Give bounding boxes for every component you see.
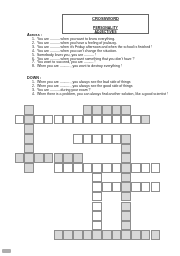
grid-cell-r9c12[interactable]: [121, 192, 131, 202]
grid-cell-r4c12[interactable]: [121, 144, 131, 154]
grid-cell-r13c12[interactable]: [121, 230, 131, 240]
grid-cell-r13c9[interactable]: [92, 230, 102, 240]
grid-cell-r13c13[interactable]: [131, 230, 141, 240]
grid-cell-r1c8[interactable]: [83, 115, 93, 125]
grid-cell-r13c10[interactable]: [102, 230, 112, 240]
grid-cell-r13c15[interactable]: [151, 230, 161, 240]
down-section: DOWN : 1. When you are .......... , you …: [27, 75, 177, 95]
scan-smudge: [2, 249, 11, 253]
grid-cell-r5c12[interactable]: [121, 153, 131, 163]
grid-cell-r11c9[interactable]: [92, 211, 102, 221]
grid-cell-r1c4[interactable]: [44, 115, 54, 125]
grid-cell-r1c11[interactable]: [112, 115, 122, 125]
grid-cell-r13c14[interactable]: [141, 230, 151, 240]
grid-cell-r1c6[interactable]: [63, 115, 73, 125]
grid-cell-r1c14[interactable]: [141, 115, 151, 125]
grid-cell-r1c9[interactable]: [92, 115, 102, 125]
grid-cell-r5c6[interactable]: [63, 153, 73, 163]
grid-cell-r7c12[interactable]: [121, 173, 131, 183]
grid-cell-r12c9[interactable]: [92, 221, 102, 231]
grid-cell-r8c12[interactable]: [121, 182, 131, 192]
grid-cell-r8c15[interactable]: [151, 182, 161, 192]
grid-cell-r8c11[interactable]: [112, 182, 122, 192]
across-section: Across : 1. You are .......... when you …: [27, 32, 177, 68]
grid-cell-r4c2[interactable]: [24, 144, 34, 154]
grid-cell-r3c7[interactable]: [73, 134, 83, 144]
grid-cell-r13c6[interactable]: [63, 230, 73, 240]
grid-cell-r8c14[interactable]: [141, 182, 151, 192]
across-clue-text: When you are .......... , you want to de…: [37, 64, 122, 68]
grid-cell-r1c1[interactable]: [15, 115, 25, 125]
grid-cell-r6c15[interactable]: [151, 163, 161, 173]
grid-cell-r2c2[interactable]: [24, 124, 34, 134]
grid-cell-r8c13[interactable]: [131, 182, 141, 192]
grid-cell-r1c7[interactable]: [73, 115, 83, 125]
grid-cell-r8c9[interactable]: [92, 182, 102, 192]
grid-cell-r12c12[interactable]: [121, 221, 131, 231]
grid-cell-r6c12[interactable]: [121, 163, 131, 173]
grid-cell-r0c10[interactable]: [102, 105, 112, 115]
down-clue-text: When there is a problem, you can always …: [37, 91, 168, 95]
grid-cell-r6c2[interactable]: [24, 163, 34, 173]
grid-cell-r0c11[interactable]: [112, 105, 122, 115]
grid-cell-r5c4[interactable]: [44, 153, 54, 163]
grid-cell-r1c12[interactable]: [121, 115, 131, 125]
grid-cell-r5c2[interactable]: [24, 153, 34, 163]
grid-cell-r6c14[interactable]: [141, 163, 151, 173]
crossword-grid: [5, 105, 171, 241]
worksheet-title: CROSSWORD: [84, 17, 127, 21]
grid-cell-r1c3[interactable]: [34, 115, 44, 125]
grid-cell-r11c12[interactable]: [121, 211, 131, 221]
grid-cell-r6c13[interactable]: [131, 163, 141, 173]
grid-cell-r13c11[interactable]: [112, 230, 122, 240]
grid-cell-r5c3[interactable]: [34, 153, 44, 163]
worksheet-page: CROSSWORD PERSONALITY ADJECTIVES Across …: [0, 0, 180, 256]
grid-cell-r9c9[interactable]: [92, 192, 102, 202]
grid-cell-r1c5[interactable]: [54, 115, 64, 125]
grid-cell-r10c9[interactable]: [92, 202, 102, 212]
grid-cell-r6c6[interactable]: [63, 163, 73, 173]
grid-cell-r13c5[interactable]: [54, 230, 64, 240]
across-clue-8: 8. When you are .......... , you want to…: [27, 64, 177, 68]
grid-cell-r3c8[interactable]: [83, 134, 93, 144]
grid-cell-r0c8[interactable]: [83, 105, 93, 115]
grid-cell-r3c9[interactable]: [92, 134, 102, 144]
grid-cell-r3c11[interactable]: [112, 134, 122, 144]
grid-cell-r5c1[interactable]: [15, 153, 25, 163]
worksheet-title-box: CROSSWORD PERSONALITY ADJECTIVES: [62, 14, 149, 34]
grid-cell-r1c2[interactable]: [24, 115, 34, 125]
grid-cell-r5c5[interactable]: [54, 153, 64, 163]
grid-cell-r3c2[interactable]: [24, 134, 34, 144]
grid-cell-r5c7[interactable]: [73, 153, 83, 163]
grid-cell-r6c8[interactable]: [83, 163, 93, 173]
grid-cell-r13c7[interactable]: [73, 230, 83, 240]
grid-cell-r6c7[interactable]: [73, 163, 83, 173]
grid-cell-r10c12[interactable]: [121, 202, 131, 212]
grid-cell-r6c11[interactable]: [112, 163, 122, 173]
grid-cell-r6c5[interactable]: [54, 163, 64, 173]
grid-cell-r6c9[interactable]: [92, 163, 102, 173]
down-clue-4: 4. When there is a problem, you can alwa…: [27, 91, 177, 95]
grid-cell-r8c10[interactable]: [102, 182, 112, 192]
grid-cell-r0c2[interactable]: [24, 105, 34, 115]
grid-cell-r3c10[interactable]: [102, 134, 112, 144]
grid-cell-r7c9[interactable]: [92, 173, 102, 183]
grid-cell-r1c13[interactable]: [131, 115, 141, 125]
grid-cell-r3c12[interactable]: [121, 134, 131, 144]
grid-cell-r0c9[interactable]: [92, 105, 102, 115]
grid-cell-r6c10[interactable]: [102, 163, 112, 173]
grid-cell-r1c10[interactable]: [102, 115, 112, 125]
grid-cell-r13c8[interactable]: [83, 230, 93, 240]
grid-cell-r0c12[interactable]: [121, 105, 131, 115]
